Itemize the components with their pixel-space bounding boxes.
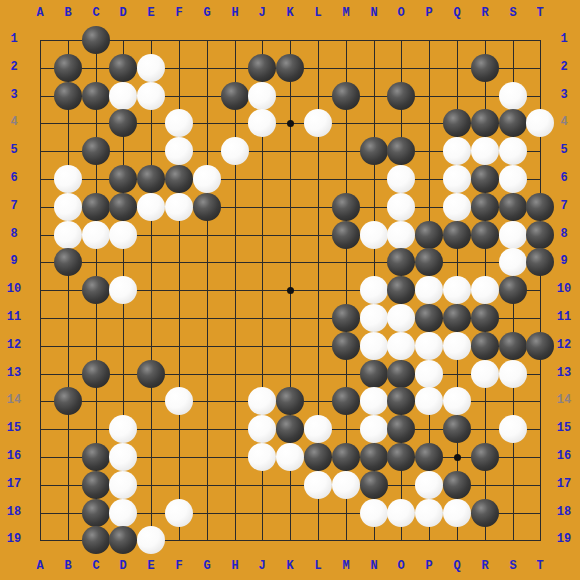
black-stone[interactable]: ● — [137, 360, 165, 388]
black-stone[interactable]: ● — [360, 443, 388, 471]
column-label-top: M — [337, 6, 355, 21]
go-board[interactable]: AABBCCDDEEFFGGHHJJKKLLMMNNOOPPQQRRSSTT11… — [0, 0, 580, 580]
black-stone[interactable]: ● — [304, 443, 332, 471]
black-stone[interactable]: ● — [443, 415, 471, 443]
white-stone[interactable]: ● — [304, 471, 332, 499]
white-stone[interactable]: ● — [165, 137, 193, 165]
column-label-bottom: A — [31, 559, 49, 574]
black-stone[interactable]: ● — [109, 109, 137, 137]
white-stone[interactable]: ● — [360, 304, 388, 332]
white-stone[interactable]: ● — [165, 193, 193, 221]
row-label-left: 5 — [1, 143, 27, 158]
white-stone[interactable]: ● — [248, 82, 276, 110]
column-label-bottom: R — [476, 559, 494, 574]
white-stone[interactable]: ● — [443, 276, 471, 304]
black-stone[interactable]: ● — [499, 332, 527, 360]
row-label-right: 14 — [551, 393, 577, 408]
black-stone[interactable]: ● — [471, 499, 499, 527]
column-label-bottom: P — [420, 559, 438, 574]
white-stone[interactable]: ● — [109, 443, 137, 471]
column-label-top: P — [420, 6, 438, 21]
row-label-right: 7 — [551, 199, 577, 214]
black-stone[interactable]: ● — [387, 137, 415, 165]
row-label-right: 13 — [551, 366, 577, 381]
white-stone[interactable]: ● — [109, 276, 137, 304]
black-stone[interactable]: ● — [82, 443, 110, 471]
white-stone[interactable]: ● — [499, 221, 527, 249]
black-stone[interactable]: ● — [82, 26, 110, 54]
black-stone[interactable]: ● — [387, 443, 415, 471]
white-stone[interactable]: ● — [499, 137, 527, 165]
black-stone[interactable]: ● — [443, 304, 471, 332]
black-stone[interactable]: ● — [109, 165, 137, 193]
black-stone[interactable]: ● — [276, 387, 304, 415]
row-label-left: 19 — [1, 532, 27, 547]
white-stone[interactable]: ● — [137, 54, 165, 82]
white-stone[interactable]: ● — [137, 82, 165, 110]
row-label-right: 3 — [551, 88, 577, 103]
white-stone[interactable]: ● — [248, 109, 276, 137]
row-label-right: 6 — [551, 171, 577, 186]
column-label-top: C — [87, 6, 105, 21]
black-stone[interactable]: ● — [54, 54, 82, 82]
row-label-left: 8 — [1, 227, 27, 242]
black-stone[interactable]: ● — [387, 415, 415, 443]
black-stone[interactable]: ● — [387, 82, 415, 110]
white-stone[interactable]: ● — [415, 360, 443, 388]
row-label-left: 18 — [1, 505, 27, 520]
black-stone[interactable]: ● — [221, 82, 249, 110]
column-label-bottom: N — [365, 559, 383, 574]
white-stone[interactable]: ● — [360, 221, 388, 249]
white-stone[interactable]: ● — [499, 165, 527, 193]
white-stone[interactable]: ● — [415, 276, 443, 304]
black-stone[interactable]: ● — [82, 526, 110, 554]
star-point — [287, 287, 294, 294]
white-stone[interactable]: ● — [387, 499, 415, 527]
row-label-right: 2 — [551, 60, 577, 75]
white-stone[interactable]: ● — [443, 193, 471, 221]
column-label-top: O — [392, 6, 410, 21]
row-label-left: 12 — [1, 338, 27, 353]
black-stone[interactable]: ● — [54, 82, 82, 110]
black-stone[interactable]: ● — [332, 82, 360, 110]
column-label-top: H — [226, 6, 244, 21]
row-label-left: 10 — [1, 282, 27, 297]
black-stone[interactable]: ● — [499, 193, 527, 221]
row-label-right: 15 — [551, 421, 577, 436]
row-label-right: 1 — [551, 32, 577, 47]
black-stone[interactable]: ● — [109, 193, 137, 221]
white-stone[interactable]: ● — [360, 332, 388, 360]
row-label-right: 5 — [551, 143, 577, 158]
column-label-bottom: Q — [448, 559, 466, 574]
row-label-right: 17 — [551, 477, 577, 492]
white-stone[interactable]: ● — [415, 387, 443, 415]
column-label-top: L — [309, 6, 327, 21]
black-stone[interactable]: ● — [387, 276, 415, 304]
column-label-bottom: K — [281, 559, 299, 574]
white-stone[interactable]: ● — [387, 165, 415, 193]
white-stone[interactable]: ● — [415, 499, 443, 527]
column-label-top: A — [31, 6, 49, 21]
white-stone[interactable]: ● — [54, 193, 82, 221]
black-stone[interactable]: ● — [360, 137, 388, 165]
black-stone[interactable]: ● — [82, 499, 110, 527]
row-label-left: 1 — [1, 32, 27, 47]
black-stone[interactable]: ● — [387, 387, 415, 415]
black-stone[interactable]: ● — [137, 165, 165, 193]
column-label-top: T — [531, 6, 549, 21]
white-stone[interactable]: ● — [304, 109, 332, 137]
row-label-right: 12 — [551, 338, 577, 353]
black-stone[interactable]: ● — [526, 332, 554, 360]
white-stone[interactable]: ● — [443, 499, 471, 527]
row-label-right: 16 — [551, 449, 577, 464]
black-stone[interactable]: ● — [82, 193, 110, 221]
black-stone[interactable]: ● — [193, 193, 221, 221]
column-label-bottom: T — [531, 559, 549, 574]
white-stone[interactable]: ● — [360, 387, 388, 415]
column-label-top: G — [198, 6, 216, 21]
black-stone[interactable]: ● — [82, 360, 110, 388]
white-stone[interactable]: ● — [499, 248, 527, 276]
white-stone[interactable]: ● — [415, 471, 443, 499]
row-label-left: 17 — [1, 477, 27, 492]
white-stone[interactable]: ● — [387, 221, 415, 249]
black-stone[interactable]: ● — [526, 221, 554, 249]
black-stone[interactable]: ● — [332, 443, 360, 471]
row-label-left: 6 — [1, 171, 27, 186]
white-stone[interactable]: ● — [248, 387, 276, 415]
white-stone[interactable]: ● — [109, 415, 137, 443]
black-stone[interactable]: ● — [471, 165, 499, 193]
black-stone[interactable]: ● — [276, 415, 304, 443]
column-label-top: D — [114, 6, 132, 21]
black-stone[interactable]: ● — [82, 471, 110, 499]
column-label-top: F — [170, 6, 188, 21]
black-stone[interactable]: ● — [443, 471, 471, 499]
white-stone[interactable]: ● — [54, 221, 82, 249]
column-label-bottom: S — [504, 559, 522, 574]
black-stone[interactable]: ● — [360, 471, 388, 499]
white-stone[interactable]: ● — [165, 109, 193, 137]
row-label-left: 7 — [1, 199, 27, 214]
column-label-bottom: M — [337, 559, 355, 574]
white-stone[interactable]: ● — [499, 415, 527, 443]
column-label-top: R — [476, 6, 494, 21]
row-label-left: 13 — [1, 366, 27, 381]
black-stone[interactable]: ● — [109, 54, 137, 82]
column-label-bottom: J — [253, 559, 271, 574]
white-stone[interactable]: ● — [221, 137, 249, 165]
black-stone[interactable]: ● — [165, 165, 193, 193]
white-stone[interactable]: ● — [443, 332, 471, 360]
black-stone[interactable]: ● — [443, 221, 471, 249]
row-label-left: 3 — [1, 88, 27, 103]
row-label-left: 9 — [1, 254, 27, 269]
black-stone[interactable]: ● — [54, 248, 82, 276]
column-label-top: N — [365, 6, 383, 21]
white-stone[interactable]: ● — [276, 443, 304, 471]
board-horizontal-line — [40, 374, 541, 375]
column-label-bottom: E — [142, 559, 160, 574]
black-stone[interactable]: ● — [387, 248, 415, 276]
black-stone[interactable]: ● — [471, 54, 499, 82]
white-stone[interactable]: ● — [387, 332, 415, 360]
black-stone[interactable]: ● — [471, 109, 499, 137]
white-stone[interactable]: ● — [360, 499, 388, 527]
black-stone[interactable]: ● — [471, 332, 499, 360]
white-stone[interactable]: ● — [443, 387, 471, 415]
white-stone[interactable]: ● — [54, 165, 82, 193]
white-stone[interactable]: ● — [471, 276, 499, 304]
row-label-right: 4 — [551, 115, 577, 130]
black-stone[interactable]: ● — [332, 221, 360, 249]
column-label-bottom: L — [309, 559, 327, 574]
black-stone[interactable]: ● — [360, 360, 388, 388]
white-stone[interactable]: ● — [360, 415, 388, 443]
white-stone[interactable]: ● — [137, 193, 165, 221]
white-stone[interactable]: ● — [443, 165, 471, 193]
black-stone[interactable]: ● — [415, 221, 443, 249]
black-stone[interactable]: ● — [332, 387, 360, 415]
row-label-left: 11 — [1, 310, 27, 325]
column-label-top: K — [281, 6, 299, 21]
black-stone[interactable]: ● — [415, 248, 443, 276]
column-label-bottom: B — [59, 559, 77, 574]
star-point — [287, 120, 294, 127]
black-stone[interactable]: ● — [499, 109, 527, 137]
row-label-right: 19 — [551, 532, 577, 547]
black-stone[interactable]: ● — [332, 332, 360, 360]
white-stone[interactable]: ● — [165, 499, 193, 527]
black-stone[interactable]: ● — [443, 109, 471, 137]
row-label-right: 8 — [551, 227, 577, 242]
row-label-left: 4 — [1, 115, 27, 130]
black-stone[interactable]: ● — [387, 360, 415, 388]
column-label-top: S — [504, 6, 522, 21]
black-stone[interactable]: ● — [526, 248, 554, 276]
white-stone[interactable]: ● — [443, 137, 471, 165]
row-label-right: 9 — [551, 254, 577, 269]
white-stone[interactable]: ● — [109, 499, 137, 527]
white-stone[interactable]: ● — [248, 415, 276, 443]
white-stone[interactable]: ● — [360, 276, 388, 304]
white-stone[interactable]: ● — [387, 193, 415, 221]
column-label-bottom: C — [87, 559, 105, 574]
column-label-bottom: F — [170, 559, 188, 574]
black-stone[interactable]: ● — [415, 304, 443, 332]
black-stone[interactable]: ● — [54, 387, 82, 415]
column-label-top: J — [253, 6, 271, 21]
black-stone[interactable]: ● — [471, 193, 499, 221]
white-stone[interactable]: ● — [248, 443, 276, 471]
white-stone[interactable]: ● — [193, 165, 221, 193]
black-stone[interactable]: ● — [332, 304, 360, 332]
white-stone[interactable]: ● — [387, 304, 415, 332]
column-label-bottom: G — [198, 559, 216, 574]
column-label-bottom: H — [226, 559, 244, 574]
row-label-right: 11 — [551, 310, 577, 325]
black-stone[interactable]: ● — [332, 193, 360, 221]
black-stone[interactable]: ● — [248, 54, 276, 82]
white-stone[interactable]: ● — [499, 82, 527, 110]
column-label-bottom: O — [392, 559, 410, 574]
black-stone[interactable]: ● — [526, 193, 554, 221]
white-stone[interactable]: ● — [137, 526, 165, 554]
white-stone[interactable]: ● — [415, 332, 443, 360]
column-label-top: Q — [448, 6, 466, 21]
row-label-left: 15 — [1, 421, 27, 436]
black-stone[interactable]: ● — [471, 221, 499, 249]
white-stone[interactable]: ● — [82, 221, 110, 249]
white-stone[interactable]: ● — [109, 221, 137, 249]
black-stone[interactable]: ● — [82, 82, 110, 110]
white-stone[interactable]: ● — [526, 109, 554, 137]
black-stone[interactable]: ● — [499, 276, 527, 304]
black-stone[interactable]: ● — [415, 443, 443, 471]
row-label-right: 18 — [551, 505, 577, 520]
black-stone[interactable]: ● — [276, 54, 304, 82]
column-label-top: E — [142, 6, 160, 21]
column-label-bottom: D — [114, 559, 132, 574]
row-label-right: 10 — [551, 282, 577, 297]
row-label-left: 16 — [1, 449, 27, 464]
black-stone[interactable]: ● — [471, 443, 499, 471]
black-stone[interactable]: ● — [82, 276, 110, 304]
row-label-left: 14 — [1, 393, 27, 408]
white-stone[interactable]: ● — [109, 82, 137, 110]
row-label-left: 2 — [1, 60, 27, 75]
black-stone[interactable]: ● — [82, 137, 110, 165]
column-label-top: B — [59, 6, 77, 21]
white-stone[interactable]: ● — [499, 360, 527, 388]
white-stone[interactable]: ● — [304, 415, 332, 443]
white-stone[interactable]: ● — [109, 471, 137, 499]
black-stone[interactable]: ● — [471, 304, 499, 332]
black-stone[interactable]: ● — [109, 526, 137, 554]
white-stone[interactable]: ● — [471, 137, 499, 165]
white-stone[interactable]: ● — [165, 387, 193, 415]
star-point — [454, 454, 461, 461]
white-stone[interactable]: ● — [332, 471, 360, 499]
white-stone[interactable]: ● — [471, 360, 499, 388]
